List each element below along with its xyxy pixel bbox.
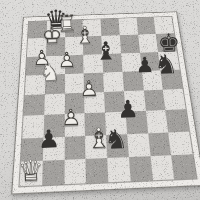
piece-black-pawn-g5[interactable]: ♟ bbox=[135, 55, 155, 77]
piece-black-pawn-b2[interactable]: ♟ bbox=[37, 126, 60, 152]
piece-white-king-b7[interactable]: ♚♔ bbox=[41, 24, 62, 48]
piece-white-queen-a1[interactable]: ♛♕ bbox=[18, 156, 45, 186]
piece-black-bishop-e6[interactable]: ♝ bbox=[94, 38, 117, 64]
pieces-layer: ♛♜♖♚♔♝♗♟♙♟♙♝♚♞♘♟♞♟♙♟♙♟♟♝♗♞♛♕ bbox=[0, 0, 200, 200]
piece-white-knight-b5[interactable]: ♞♘ bbox=[39, 60, 61, 85]
piece-white-pawn-c3[interactable]: ♟♙ bbox=[60, 106, 81, 130]
piece-white-pawn-d4[interactable]: ♟♙ bbox=[79, 78, 99, 101]
piece-black-knight-h5[interactable]: ♞ bbox=[153, 50, 178, 78]
piece-white-bishop-d7[interactable]: ♝♗ bbox=[74, 23, 96, 48]
piece-black-knight-e2[interactable]: ♞ bbox=[103, 125, 128, 153]
piece-black-pawn-f3[interactable]: ♟ bbox=[117, 97, 139, 122]
chess-photo-scene: ♛♜♖♚♔♝♗♟♙♟♙♝♚♞♘♟♞♟♙♟♙♟♟♝♗♞♛♕ bbox=[0, 0, 200, 200]
